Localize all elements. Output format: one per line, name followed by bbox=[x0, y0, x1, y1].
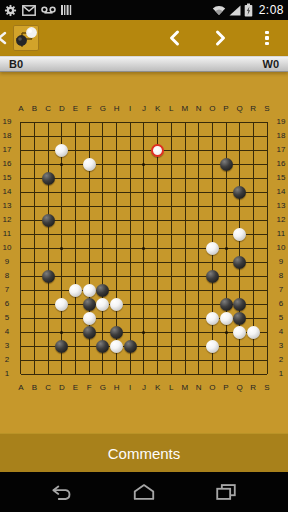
intersection-J5[interactable] bbox=[137, 311, 151, 325]
intersection-R8[interactable] bbox=[247, 269, 261, 283]
intersection-H14[interactable] bbox=[110, 185, 124, 199]
intersection-J11[interactable] bbox=[137, 227, 151, 241]
intersection-F2[interactable] bbox=[82, 353, 96, 367]
intersection-F7[interactable] bbox=[82, 283, 96, 297]
intersection-Q4[interactable] bbox=[233, 325, 247, 339]
intersection-O14[interactable] bbox=[206, 185, 220, 199]
intersection-D12[interactable] bbox=[55, 213, 69, 227]
intersection-S3[interactable] bbox=[260, 339, 274, 353]
intersection-D18[interactable] bbox=[55, 129, 69, 143]
intersection-J1[interactable] bbox=[137, 367, 151, 381]
intersection-D17[interactable] bbox=[55, 143, 69, 157]
intersection-E19[interactable] bbox=[69, 115, 83, 129]
intersection-C5[interactable] bbox=[41, 311, 55, 325]
intersection-H18[interactable] bbox=[110, 129, 124, 143]
intersection-C6[interactable] bbox=[41, 297, 55, 311]
intersection-F12[interactable] bbox=[82, 213, 96, 227]
intersection-M10[interactable] bbox=[178, 241, 192, 255]
intersection-H10[interactable] bbox=[110, 241, 124, 255]
intersection-E7[interactable] bbox=[69, 283, 83, 297]
intersection-O5[interactable] bbox=[206, 311, 220, 325]
intersection-L16[interactable] bbox=[165, 157, 179, 171]
intersection-O10[interactable] bbox=[206, 241, 220, 255]
intersection-S7[interactable] bbox=[260, 283, 274, 297]
intersection-F18[interactable] bbox=[82, 129, 96, 143]
intersection-L7[interactable] bbox=[165, 283, 179, 297]
intersection-E13[interactable] bbox=[69, 199, 83, 213]
intersection-E12[interactable] bbox=[69, 213, 83, 227]
intersection-P5[interactable] bbox=[219, 311, 233, 325]
intersection-P6[interactable] bbox=[219, 297, 233, 311]
intersection-N2[interactable] bbox=[192, 353, 206, 367]
intersection-S18[interactable] bbox=[260, 129, 274, 143]
intersection-G4[interactable] bbox=[96, 325, 110, 339]
intersection-L19[interactable] bbox=[165, 115, 179, 129]
intersection-E3[interactable] bbox=[69, 339, 83, 353]
intersection-E16[interactable] bbox=[69, 157, 83, 171]
intersection-L4[interactable] bbox=[165, 325, 179, 339]
intersection-M5[interactable] bbox=[178, 311, 192, 325]
intersection-R12[interactable] bbox=[247, 213, 261, 227]
intersection-N15[interactable] bbox=[192, 171, 206, 185]
intersection-G8[interactable] bbox=[96, 269, 110, 283]
intersection-R5[interactable] bbox=[247, 311, 261, 325]
intersection-A19[interactable] bbox=[14, 115, 28, 129]
intersection-K17[interactable] bbox=[151, 143, 165, 157]
intersection-J18[interactable] bbox=[137, 129, 151, 143]
intersection-C9[interactable] bbox=[41, 255, 55, 269]
intersection-H2[interactable] bbox=[110, 353, 124, 367]
intersection-H5[interactable] bbox=[110, 311, 124, 325]
intersection-P2[interactable] bbox=[219, 353, 233, 367]
intersection-C1[interactable] bbox=[41, 367, 55, 381]
intersection-B10[interactable] bbox=[28, 241, 42, 255]
intersection-O9[interactable] bbox=[206, 255, 220, 269]
intersection-F8[interactable] bbox=[82, 269, 96, 283]
intersection-M19[interactable] bbox=[178, 115, 192, 129]
intersection-L18[interactable] bbox=[165, 129, 179, 143]
intersection-S2[interactable] bbox=[260, 353, 274, 367]
intersection-H9[interactable] bbox=[110, 255, 124, 269]
intersection-D10[interactable] bbox=[55, 241, 69, 255]
intersection-S5[interactable] bbox=[260, 311, 274, 325]
intersection-L3[interactable] bbox=[165, 339, 179, 353]
intersection-G10[interactable] bbox=[96, 241, 110, 255]
intersection-I9[interactable] bbox=[123, 255, 137, 269]
intersection-B13[interactable] bbox=[28, 199, 42, 213]
intersection-A18[interactable] bbox=[14, 129, 28, 143]
intersection-A8[interactable] bbox=[14, 269, 28, 283]
intersection-I4[interactable] bbox=[123, 325, 137, 339]
intersection-B16[interactable] bbox=[28, 157, 42, 171]
intersection-S12[interactable] bbox=[260, 213, 274, 227]
intersection-C11[interactable] bbox=[41, 227, 55, 241]
intersection-S9[interactable] bbox=[260, 255, 274, 269]
intersection-G14[interactable] bbox=[96, 185, 110, 199]
intersection-B17[interactable] bbox=[28, 143, 42, 157]
intersection-K6[interactable] bbox=[151, 297, 165, 311]
intersection-M11[interactable] bbox=[178, 227, 192, 241]
overflow-menu-icon[interactable] bbox=[261, 28, 273, 48]
intersection-D1[interactable] bbox=[55, 367, 69, 381]
intersection-R17[interactable] bbox=[247, 143, 261, 157]
intersection-Q16[interactable] bbox=[233, 157, 247, 171]
intersection-P13[interactable] bbox=[219, 199, 233, 213]
intersection-J19[interactable] bbox=[137, 115, 151, 129]
intersection-D9[interactable] bbox=[55, 255, 69, 269]
intersection-L17[interactable] bbox=[165, 143, 179, 157]
intersection-B14[interactable] bbox=[28, 185, 42, 199]
intersection-Q7[interactable] bbox=[233, 283, 247, 297]
intersection-M14[interactable] bbox=[178, 185, 192, 199]
intersection-D3[interactable] bbox=[55, 339, 69, 353]
intersection-S1[interactable] bbox=[260, 367, 274, 381]
intersection-G3[interactable] bbox=[96, 339, 110, 353]
intersection-H15[interactable] bbox=[110, 171, 124, 185]
intersection-I19[interactable] bbox=[123, 115, 137, 129]
intersection-I3[interactable] bbox=[123, 339, 137, 353]
recents-icon[interactable] bbox=[214, 482, 238, 502]
intersection-G5[interactable] bbox=[96, 311, 110, 325]
intersection-D11[interactable] bbox=[55, 227, 69, 241]
intersection-M18[interactable] bbox=[178, 129, 192, 143]
intersection-I7[interactable] bbox=[123, 283, 137, 297]
intersection-A9[interactable] bbox=[14, 255, 28, 269]
intersection-L11[interactable] bbox=[165, 227, 179, 241]
intersection-S17[interactable] bbox=[260, 143, 274, 157]
intersection-E4[interactable] bbox=[69, 325, 83, 339]
intersection-F19[interactable] bbox=[82, 115, 96, 129]
intersection-E5[interactable] bbox=[69, 311, 83, 325]
intersection-K14[interactable] bbox=[151, 185, 165, 199]
intersection-J13[interactable] bbox=[137, 199, 151, 213]
intersection-O17[interactable] bbox=[206, 143, 220, 157]
intersection-I1[interactable] bbox=[123, 367, 137, 381]
intersection-F15[interactable] bbox=[82, 171, 96, 185]
intersection-A17[interactable] bbox=[14, 143, 28, 157]
intersection-O2[interactable] bbox=[206, 353, 220, 367]
intersection-N7[interactable] bbox=[192, 283, 206, 297]
intersection-F9[interactable] bbox=[82, 255, 96, 269]
intersection-L1[interactable] bbox=[165, 367, 179, 381]
intersection-R10[interactable] bbox=[247, 241, 261, 255]
intersection-R3[interactable] bbox=[247, 339, 261, 353]
intersection-C2[interactable] bbox=[41, 353, 55, 367]
intersection-S13[interactable] bbox=[260, 199, 274, 213]
intersection-B11[interactable] bbox=[28, 227, 42, 241]
intersection-R19[interactable] bbox=[247, 115, 261, 129]
intersection-B9[interactable] bbox=[28, 255, 42, 269]
intersection-Q15[interactable] bbox=[233, 171, 247, 185]
intersection-A6[interactable] bbox=[14, 297, 28, 311]
intersection-J6[interactable] bbox=[137, 297, 151, 311]
intersection-O7[interactable] bbox=[206, 283, 220, 297]
intersection-K1[interactable] bbox=[151, 367, 165, 381]
intersection-B18[interactable] bbox=[28, 129, 42, 143]
intersection-P1[interactable] bbox=[219, 367, 233, 381]
back-icon[interactable] bbox=[50, 482, 74, 502]
intersection-H11[interactable] bbox=[110, 227, 124, 241]
intersection-N11[interactable] bbox=[192, 227, 206, 241]
intersection-J14[interactable] bbox=[137, 185, 151, 199]
intersection-F16[interactable] bbox=[82, 157, 96, 171]
intersection-B6[interactable] bbox=[28, 297, 42, 311]
intersection-E1[interactable] bbox=[69, 367, 83, 381]
intersection-O8[interactable] bbox=[206, 269, 220, 283]
intersection-A16[interactable] bbox=[14, 157, 28, 171]
intersection-K11[interactable] bbox=[151, 227, 165, 241]
intersection-C4[interactable] bbox=[41, 325, 55, 339]
intersection-O18[interactable] bbox=[206, 129, 220, 143]
intersection-N17[interactable] bbox=[192, 143, 206, 157]
intersection-H3[interactable] bbox=[110, 339, 124, 353]
intersection-K2[interactable] bbox=[151, 353, 165, 367]
intersection-I2[interactable] bbox=[123, 353, 137, 367]
next-move-icon[interactable] bbox=[211, 29, 229, 47]
intersection-O1[interactable] bbox=[206, 367, 220, 381]
intersection-D13[interactable] bbox=[55, 199, 69, 213]
intersection-A3[interactable] bbox=[14, 339, 28, 353]
intersection-G15[interactable] bbox=[96, 171, 110, 185]
intersection-K19[interactable] bbox=[151, 115, 165, 129]
intersection-M3[interactable] bbox=[178, 339, 192, 353]
intersection-B8[interactable] bbox=[28, 269, 42, 283]
intersection-D16[interactable] bbox=[55, 157, 69, 171]
intersection-P16[interactable] bbox=[219, 157, 233, 171]
intersection-A11[interactable] bbox=[14, 227, 28, 241]
intersection-L6[interactable] bbox=[165, 297, 179, 311]
intersection-P12[interactable] bbox=[219, 213, 233, 227]
go-board-grid[interactable] bbox=[14, 115, 274, 381]
intersection-Q12[interactable] bbox=[233, 213, 247, 227]
intersection-J17[interactable] bbox=[137, 143, 151, 157]
intersection-G18[interactable] bbox=[96, 129, 110, 143]
intersection-Q5[interactable] bbox=[233, 311, 247, 325]
app-goban-icon[interactable] bbox=[13, 25, 39, 51]
intersection-Q17[interactable] bbox=[233, 143, 247, 157]
intersection-L8[interactable] bbox=[165, 269, 179, 283]
intersection-J12[interactable] bbox=[137, 213, 151, 227]
intersection-A15[interactable] bbox=[14, 171, 28, 185]
intersection-M6[interactable] bbox=[178, 297, 192, 311]
intersection-P11[interactable] bbox=[219, 227, 233, 241]
intersection-S14[interactable] bbox=[260, 185, 274, 199]
intersection-J9[interactable] bbox=[137, 255, 151, 269]
intersection-G6[interactable] bbox=[96, 297, 110, 311]
intersection-C13[interactable] bbox=[41, 199, 55, 213]
intersection-N6[interactable] bbox=[192, 297, 206, 311]
intersection-P8[interactable] bbox=[219, 269, 233, 283]
intersection-O19[interactable] bbox=[206, 115, 220, 129]
intersection-S15[interactable] bbox=[260, 171, 274, 185]
intersection-O15[interactable] bbox=[206, 171, 220, 185]
intersection-Q13[interactable] bbox=[233, 199, 247, 213]
comments-button[interactable]: Comments bbox=[0, 433, 288, 472]
intersection-P19[interactable] bbox=[219, 115, 233, 129]
intersection-A10[interactable] bbox=[14, 241, 28, 255]
intersection-K8[interactable] bbox=[151, 269, 165, 283]
intersection-O12[interactable] bbox=[206, 213, 220, 227]
intersection-N12[interactable] bbox=[192, 213, 206, 227]
intersection-Q18[interactable] bbox=[233, 129, 247, 143]
intersection-R2[interactable] bbox=[247, 353, 261, 367]
intersection-I14[interactable] bbox=[123, 185, 137, 199]
intersection-Q11[interactable] bbox=[233, 227, 247, 241]
intersection-P15[interactable] bbox=[219, 171, 233, 185]
intersection-K16[interactable] bbox=[151, 157, 165, 171]
intersection-L5[interactable] bbox=[165, 311, 179, 325]
intersection-H8[interactable] bbox=[110, 269, 124, 283]
intersection-H4[interactable] bbox=[110, 325, 124, 339]
intersection-M17[interactable] bbox=[178, 143, 192, 157]
intersection-O6[interactable] bbox=[206, 297, 220, 311]
intersection-P17[interactable] bbox=[219, 143, 233, 157]
intersection-S11[interactable] bbox=[260, 227, 274, 241]
intersection-Q9[interactable] bbox=[233, 255, 247, 269]
intersection-H1[interactable] bbox=[110, 367, 124, 381]
intersection-K13[interactable] bbox=[151, 199, 165, 213]
intersection-R4[interactable] bbox=[247, 325, 261, 339]
intersection-E14[interactable] bbox=[69, 185, 83, 199]
intersection-N14[interactable] bbox=[192, 185, 206, 199]
intersection-I15[interactable] bbox=[123, 171, 137, 185]
intersection-N13[interactable] bbox=[192, 199, 206, 213]
intersection-G16[interactable] bbox=[96, 157, 110, 171]
intersection-C17[interactable] bbox=[41, 143, 55, 157]
intersection-M15[interactable] bbox=[178, 171, 192, 185]
intersection-H17[interactable] bbox=[110, 143, 124, 157]
intersection-I8[interactable] bbox=[123, 269, 137, 283]
intersection-H7[interactable] bbox=[110, 283, 124, 297]
intersection-K12[interactable] bbox=[151, 213, 165, 227]
intersection-L9[interactable] bbox=[165, 255, 179, 269]
intersection-D14[interactable] bbox=[55, 185, 69, 199]
intersection-H19[interactable] bbox=[110, 115, 124, 129]
intersection-G13[interactable] bbox=[96, 199, 110, 213]
intersection-F5[interactable] bbox=[82, 311, 96, 325]
intersection-M7[interactable] bbox=[178, 283, 192, 297]
intersection-A2[interactable] bbox=[14, 353, 28, 367]
intersection-A13[interactable] bbox=[14, 199, 28, 213]
intersection-B3[interactable] bbox=[28, 339, 42, 353]
intersection-C10[interactable] bbox=[41, 241, 55, 255]
intersection-R18[interactable] bbox=[247, 129, 261, 143]
intersection-Q14[interactable] bbox=[233, 185, 247, 199]
intersection-C19[interactable] bbox=[41, 115, 55, 129]
intersection-G11[interactable] bbox=[96, 227, 110, 241]
home-icon[interactable] bbox=[132, 482, 156, 502]
intersection-E9[interactable] bbox=[69, 255, 83, 269]
intersection-K4[interactable] bbox=[151, 325, 165, 339]
intersection-F11[interactable] bbox=[82, 227, 96, 241]
intersection-E17[interactable] bbox=[69, 143, 83, 157]
intersection-Q10[interactable] bbox=[233, 241, 247, 255]
intersection-P7[interactable] bbox=[219, 283, 233, 297]
intersection-M12[interactable] bbox=[178, 213, 192, 227]
intersection-H16[interactable] bbox=[110, 157, 124, 171]
intersection-A4[interactable] bbox=[14, 325, 28, 339]
intersection-F4[interactable] bbox=[82, 325, 96, 339]
intersection-N3[interactable] bbox=[192, 339, 206, 353]
prev-move-icon[interactable] bbox=[166, 29, 184, 47]
intersection-N9[interactable] bbox=[192, 255, 206, 269]
intersection-G12[interactable] bbox=[96, 213, 110, 227]
intersection-M2[interactable] bbox=[178, 353, 192, 367]
intersection-D7[interactable] bbox=[55, 283, 69, 297]
intersection-A12[interactable] bbox=[14, 213, 28, 227]
intersection-R16[interactable] bbox=[247, 157, 261, 171]
intersection-L10[interactable] bbox=[165, 241, 179, 255]
intersection-L2[interactable] bbox=[165, 353, 179, 367]
intersection-R7[interactable] bbox=[247, 283, 261, 297]
intersection-M16[interactable] bbox=[178, 157, 192, 171]
intersection-E11[interactable] bbox=[69, 227, 83, 241]
intersection-K10[interactable] bbox=[151, 241, 165, 255]
intersection-Q8[interactable] bbox=[233, 269, 247, 283]
intersection-N19[interactable] bbox=[192, 115, 206, 129]
intersection-R13[interactable] bbox=[247, 199, 261, 213]
intersection-C18[interactable] bbox=[41, 129, 55, 143]
intersection-B5[interactable] bbox=[28, 311, 42, 325]
intersection-C8[interactable] bbox=[41, 269, 55, 283]
intersection-K7[interactable] bbox=[151, 283, 165, 297]
intersection-J10[interactable] bbox=[137, 241, 151, 255]
intersection-P3[interactable] bbox=[219, 339, 233, 353]
intersection-S8[interactable] bbox=[260, 269, 274, 283]
intersection-N18[interactable] bbox=[192, 129, 206, 143]
intersection-D15[interactable] bbox=[55, 171, 69, 185]
intersection-F1[interactable] bbox=[82, 367, 96, 381]
intersection-G1[interactable] bbox=[96, 367, 110, 381]
intersection-B1[interactable] bbox=[28, 367, 42, 381]
intersection-R15[interactable] bbox=[247, 171, 261, 185]
intersection-E2[interactable] bbox=[69, 353, 83, 367]
intersection-R11[interactable] bbox=[247, 227, 261, 241]
intersection-D2[interactable] bbox=[55, 353, 69, 367]
intersection-I18[interactable] bbox=[123, 129, 137, 143]
intersection-G19[interactable] bbox=[96, 115, 110, 129]
intersection-E6[interactable] bbox=[69, 297, 83, 311]
intersection-H12[interactable] bbox=[110, 213, 124, 227]
intersection-C7[interactable] bbox=[41, 283, 55, 297]
intersection-R14[interactable] bbox=[247, 185, 261, 199]
intersection-G2[interactable] bbox=[96, 353, 110, 367]
intersection-I6[interactable] bbox=[123, 297, 137, 311]
intersection-P4[interactable] bbox=[219, 325, 233, 339]
intersection-S4[interactable] bbox=[260, 325, 274, 339]
intersection-E15[interactable] bbox=[69, 171, 83, 185]
intersection-M4[interactable] bbox=[178, 325, 192, 339]
intersection-J8[interactable] bbox=[137, 269, 151, 283]
intersection-Q1[interactable] bbox=[233, 367, 247, 381]
intersection-L15[interactable] bbox=[165, 171, 179, 185]
intersection-D19[interactable] bbox=[55, 115, 69, 129]
intersection-J3[interactable] bbox=[137, 339, 151, 353]
intersection-B2[interactable] bbox=[28, 353, 42, 367]
intersection-D4[interactable] bbox=[55, 325, 69, 339]
intersection-Q19[interactable] bbox=[233, 115, 247, 129]
intersection-A14[interactable] bbox=[14, 185, 28, 199]
intersection-F14[interactable] bbox=[82, 185, 96, 199]
intersection-C15[interactable] bbox=[41, 171, 55, 185]
intersection-B15[interactable] bbox=[28, 171, 42, 185]
intersection-M9[interactable] bbox=[178, 255, 192, 269]
intersection-H13[interactable] bbox=[110, 199, 124, 213]
intersection-A7[interactable] bbox=[14, 283, 28, 297]
intersection-H6[interactable] bbox=[110, 297, 124, 311]
intersection-L14[interactable] bbox=[165, 185, 179, 199]
intersection-B12[interactable] bbox=[28, 213, 42, 227]
